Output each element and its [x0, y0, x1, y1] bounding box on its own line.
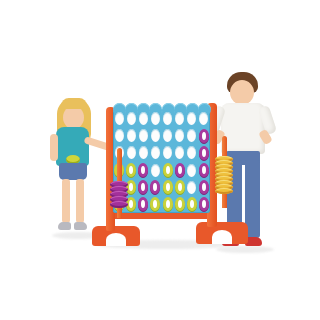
empty-hole [199, 112, 208, 125]
boy-shadow [216, 246, 274, 253]
purple-disc [199, 180, 209, 194]
cell-r6c3[interactable] [137, 196, 149, 213]
yellow-ring [215, 188, 233, 194]
girl-right-leg [76, 179, 84, 223]
cell-r3c2[interactable] [125, 144, 137, 161]
empty-hole [187, 112, 196, 125]
frame-right-foot [196, 222, 248, 244]
cell-r5c8[interactable] [198, 179, 210, 196]
girl-left-shoe [58, 222, 71, 230]
empty-hole [115, 112, 124, 125]
girl-fringe [61, 98, 87, 109]
cell-r3c3[interactable] [137, 144, 149, 161]
girl-face [63, 106, 84, 129]
cell-r4c4[interactable] [149, 161, 161, 178]
cell-r2c4[interactable] [149, 127, 161, 144]
cell-r5c3[interactable] [137, 179, 149, 196]
empty-hole [175, 112, 184, 125]
cell-r4c7[interactable] [186, 161, 198, 178]
cell-r1c4[interactable] [149, 110, 161, 127]
purple-disc [199, 129, 209, 143]
cell-r6c7[interactable] [186, 196, 198, 213]
empty-hole [175, 129, 184, 142]
empty-hole [187, 146, 196, 159]
cell-r2c8[interactable] [198, 127, 210, 144]
purple-disc [150, 180, 160, 194]
empty-hole [163, 129, 172, 142]
cell-r4c6[interactable] [174, 161, 186, 178]
empty-hole [163, 112, 172, 125]
empty-hole [175, 146, 184, 159]
yellow-disc [163, 163, 173, 177]
empty-hole [151, 129, 160, 142]
purple-disc [138, 180, 148, 194]
yellow-ring-stack [215, 158, 233, 194]
cell-r2c1[interactable] [113, 127, 125, 144]
cell-r4c2[interactable] [125, 161, 137, 178]
product-photo-scene [0, 0, 320, 320]
cell-r2c3[interactable] [137, 127, 149, 144]
girl-right-shoe [74, 222, 87, 230]
cell-r5c7[interactable] [186, 179, 198, 196]
yellow-disc [163, 180, 173, 194]
cell-r6c4[interactable] [149, 196, 161, 213]
purple-ring-stack [110, 183, 128, 208]
cell-r4c8[interactable] [198, 161, 210, 178]
cell-r5c4[interactable] [149, 179, 161, 196]
purple-ring [110, 201, 128, 208]
frame-left-foot-arch [106, 233, 126, 246]
empty-hole [187, 164, 196, 177]
cell-r2c7[interactable] [186, 127, 198, 144]
cell-r4c3[interactable] [137, 161, 149, 178]
cell-r6c8[interactable] [198, 196, 210, 213]
cell-r6c6[interactable] [174, 196, 186, 213]
empty-hole [127, 112, 136, 125]
purple-disc [138, 197, 148, 211]
yellow-disc [175, 197, 185, 211]
empty-hole [139, 146, 148, 159]
empty-hole [151, 112, 160, 125]
cell-r1c6[interactable] [174, 110, 186, 127]
cell-r1c5[interactable] [162, 110, 174, 127]
cell-r1c8[interactable] [198, 110, 210, 127]
cell-r1c3[interactable] [137, 110, 149, 127]
cell-r5c6[interactable] [174, 179, 186, 196]
cell-r1c1[interactable] [113, 110, 125, 127]
girl-shorts [59, 163, 87, 180]
cell-r5c5[interactable] [162, 179, 174, 196]
boy-face [230, 80, 254, 105]
empty-hole [139, 129, 148, 142]
girl-left-arm [50, 134, 58, 161]
cell-r3c4[interactable] [149, 144, 161, 161]
empty-hole [187, 181, 196, 194]
cell-r3c6[interactable] [174, 144, 186, 161]
frame-left-foot [92, 226, 140, 246]
yellow-disc [187, 197, 197, 211]
cell-r4c5[interactable] [162, 161, 174, 178]
cell-r3c7[interactable] [186, 144, 198, 161]
cell-r2c5[interactable] [162, 127, 174, 144]
cell-r2c6[interactable] [174, 127, 186, 144]
empty-hole [151, 164, 160, 177]
girl-left-leg [62, 179, 70, 223]
purple-disc [175, 163, 185, 177]
empty-hole [115, 129, 124, 142]
cell-r2c2[interactable] [125, 127, 137, 144]
yellow-disc [150, 197, 160, 211]
empty-hole [127, 129, 136, 142]
purple-disc [199, 197, 209, 211]
purple-disc [199, 163, 209, 177]
empty-hole [187, 129, 196, 142]
empty-hole [127, 146, 136, 159]
yellow-disc [163, 197, 173, 211]
cell-r3c8[interactable] [198, 144, 210, 161]
cell-r1c2[interactable] [125, 110, 137, 127]
cell-r6c5[interactable] [162, 196, 174, 213]
cell-r3c5[interactable] [162, 144, 174, 161]
empty-hole [139, 112, 148, 125]
yellow-disc [126, 163, 136, 177]
empty-hole [163, 146, 172, 159]
purple-disc [138, 163, 148, 177]
purple-disc [199, 146, 209, 160]
frame-right-foot-arch [212, 230, 232, 244]
empty-hole [151, 146, 160, 159]
cell-r1c7[interactable] [186, 110, 198, 127]
yellow-disc [175, 180, 185, 194]
